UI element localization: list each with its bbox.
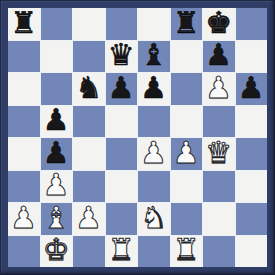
board-frame: ♜♜♚♛♝♟♞♟♟♟♟♟♟♟♟♛♟♟♝♟♞♚♜♜ xyxy=(0,0,275,275)
square-b8[interactable] xyxy=(41,8,73,40)
piece-black-pawn[interactable]: ♟ xyxy=(108,73,135,103)
piece-black-pawn[interactable]: ♟ xyxy=(238,73,265,103)
square-c6[interactable]: ♞ xyxy=(73,73,105,105)
piece-black-knight[interactable]: ♞ xyxy=(75,73,102,103)
square-c4[interactable] xyxy=(73,138,105,170)
square-a6[interactable] xyxy=(8,73,40,105)
piece-white-rook[interactable]: ♜ xyxy=(173,236,200,266)
square-a8[interactable]: ♜ xyxy=(8,8,40,40)
square-g7[interactable]: ♟ xyxy=(203,41,235,73)
square-h4[interactable] xyxy=(236,138,268,170)
piece-white-knight[interactable]: ♞ xyxy=(140,203,167,233)
piece-black-pawn[interactable]: ♟ xyxy=(43,138,70,168)
square-d7[interactable]: ♛ xyxy=(106,41,138,73)
square-d3[interactable] xyxy=(106,171,138,203)
square-f1[interactable]: ♜ xyxy=(171,236,203,268)
square-c5[interactable] xyxy=(73,106,105,138)
square-h6[interactable]: ♟ xyxy=(236,73,268,105)
square-a3[interactable] xyxy=(8,171,40,203)
square-f7[interactable] xyxy=(171,41,203,73)
piece-white-king[interactable]: ♚ xyxy=(43,236,70,266)
square-d5[interactable] xyxy=(106,106,138,138)
square-e2[interactable]: ♞ xyxy=(138,203,170,235)
square-f5[interactable] xyxy=(171,106,203,138)
square-g1[interactable] xyxy=(203,236,235,268)
square-f2[interactable] xyxy=(171,203,203,235)
square-d1[interactable]: ♜ xyxy=(106,236,138,268)
piece-black-bishop[interactable]: ♝ xyxy=(140,41,167,71)
piece-black-pawn[interactable]: ♟ xyxy=(205,41,232,71)
square-b4[interactable]: ♟ xyxy=(41,138,73,170)
square-g6[interactable]: ♟ xyxy=(203,73,235,105)
piece-black-rook[interactable]: ♜ xyxy=(10,8,37,38)
square-h5[interactable] xyxy=(236,106,268,138)
piece-white-pawn[interactable]: ♟ xyxy=(173,138,200,168)
square-a7[interactable] xyxy=(8,41,40,73)
square-g5[interactable] xyxy=(203,106,235,138)
square-b6[interactable] xyxy=(41,73,73,105)
square-c1[interactable] xyxy=(73,236,105,268)
square-f4[interactable]: ♟ xyxy=(171,138,203,170)
square-e7[interactable]: ♝ xyxy=(138,41,170,73)
square-c3[interactable] xyxy=(73,171,105,203)
square-b1[interactable]: ♚ xyxy=(41,236,73,268)
square-c7[interactable] xyxy=(73,41,105,73)
square-h8[interactable] xyxy=(236,8,268,40)
piece-black-rook[interactable]: ♜ xyxy=(173,8,200,38)
square-a2[interactable]: ♟ xyxy=(8,203,40,235)
piece-white-pawn[interactable]: ♟ xyxy=(140,138,167,168)
square-d6[interactable]: ♟ xyxy=(106,73,138,105)
square-e1[interactable] xyxy=(138,236,170,268)
square-f6[interactable] xyxy=(171,73,203,105)
piece-black-pawn[interactable]: ♟ xyxy=(140,73,167,103)
square-b3[interactable]: ♟ xyxy=(41,171,73,203)
piece-white-rook[interactable]: ♜ xyxy=(108,236,135,266)
square-g2[interactable] xyxy=(203,203,235,235)
square-h2[interactable] xyxy=(236,203,268,235)
piece-white-pawn[interactable]: ♟ xyxy=(43,171,70,201)
square-h1[interactable] xyxy=(236,236,268,268)
square-e4[interactable]: ♟ xyxy=(138,138,170,170)
piece-white-queen[interactable]: ♛ xyxy=(205,138,232,168)
square-h7[interactable] xyxy=(236,41,268,73)
square-g4[interactable]: ♛ xyxy=(203,138,235,170)
piece-black-queen[interactable]: ♛ xyxy=(108,41,135,71)
square-b5[interactable]: ♟ xyxy=(41,106,73,138)
square-g3[interactable] xyxy=(203,171,235,203)
square-d4[interactable] xyxy=(106,138,138,170)
square-b7[interactable] xyxy=(41,41,73,73)
square-e3[interactable] xyxy=(138,171,170,203)
square-a5[interactable] xyxy=(8,106,40,138)
square-e8[interactable] xyxy=(138,8,170,40)
piece-white-bishop[interactable]: ♝ xyxy=(43,203,70,233)
square-c2[interactable]: ♟ xyxy=(73,203,105,235)
square-f3[interactable] xyxy=(171,171,203,203)
square-g8[interactable]: ♚ xyxy=(203,8,235,40)
square-d2[interactable] xyxy=(106,203,138,235)
square-e6[interactable]: ♟ xyxy=(138,73,170,105)
piece-white-pawn[interactable]: ♟ xyxy=(10,203,37,233)
square-a4[interactable] xyxy=(8,138,40,170)
piece-black-pawn[interactable]: ♟ xyxy=(43,106,70,136)
square-e5[interactable] xyxy=(138,106,170,138)
square-d8[interactable] xyxy=(106,8,138,40)
square-f8[interactable]: ♜ xyxy=(171,8,203,40)
square-a1[interactable] xyxy=(8,236,40,268)
square-b2[interactable]: ♝ xyxy=(41,203,73,235)
piece-white-pawn[interactable]: ♟ xyxy=(205,73,232,103)
piece-white-pawn[interactable]: ♟ xyxy=(75,203,102,233)
chess-board[interactable]: ♜♜♚♛♝♟♞♟♟♟♟♟♟♟♟♛♟♟♝♟♞♚♜♜ xyxy=(8,8,267,267)
square-c8[interactable] xyxy=(73,8,105,40)
piece-black-king[interactable]: ♚ xyxy=(205,8,232,38)
square-h3[interactable] xyxy=(236,171,268,203)
